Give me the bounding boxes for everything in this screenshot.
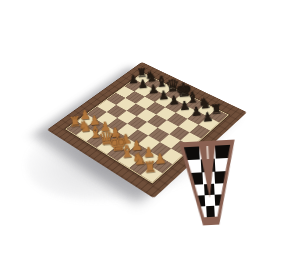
- checkered-exclamation-logo: [178, 140, 240, 227]
- logo-square: [183, 146, 200, 160]
- logo-square: [214, 194, 224, 205]
- logo-row: [199, 205, 222, 217]
- logo-frame: [178, 140, 240, 227]
- logo-square: [190, 172, 203, 185]
- logo-square: [214, 183, 225, 195]
- black-pawn[interactable]: ♟: [200, 111, 216, 125]
- white-rook[interactable]: ♜: [141, 159, 158, 175]
- logo-square: [215, 171, 228, 184]
- product-photo: ♜♞♝♛♚♝♞♜♟♟♟♟♟♟♟♟♟♟♟♟♟♟♟♟♜♞♝♛♚♝♞♜: [0, 0, 292, 261]
- logo-square: [215, 158, 230, 171]
- logo-square: [214, 205, 222, 216]
- square-h1[interactable]: ♜: [141, 166, 163, 182]
- square-e5[interactable]: [147, 114, 167, 127]
- logo-square: [186, 159, 201, 172]
- logo-square: [193, 184, 204, 196]
- logo-square: [215, 145, 232, 159]
